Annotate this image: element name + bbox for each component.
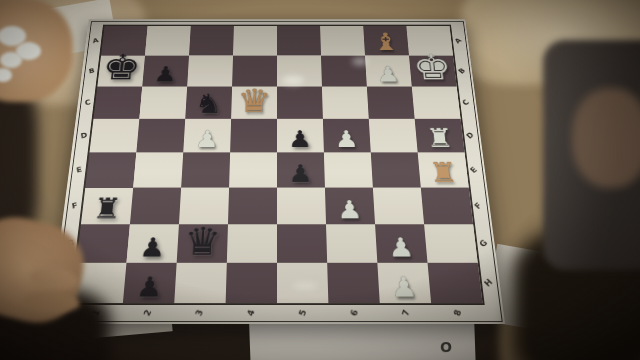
square-e8: ♜	[418, 152, 469, 187]
square-f6: ♟	[325, 188, 375, 225]
square-h1	[71, 263, 126, 303]
square-f5	[277, 188, 326, 225]
file-label: E	[469, 165, 479, 174]
square-g7: ♟	[375, 224, 427, 262]
square-b3	[187, 56, 233, 87]
square-g6	[326, 224, 377, 262]
black-pawn: ♟	[288, 162, 313, 186]
black-queen: ♛	[183, 223, 222, 261]
file-label: G	[66, 239, 74, 248]
white-rook: ♜	[425, 125, 455, 151]
square-c7	[367, 87, 415, 119]
square-g2: ♟	[126, 224, 178, 262]
score-sheet-mark: O	[440, 339, 452, 355]
square-c2	[139, 87, 187, 119]
square-e5: ♟	[277, 152, 325, 187]
file-label: A	[92, 37, 99, 44]
white-queen: ♛	[237, 85, 272, 117]
black-king: ♚	[101, 50, 143, 85]
file-label: B	[88, 67, 95, 74]
square-c1	[93, 87, 142, 119]
square-h6	[327, 263, 380, 303]
white-pawn: ♟	[195, 128, 220, 151]
square-h4	[226, 263, 277, 303]
square-h7: ♟	[377, 263, 431, 303]
square-d1	[89, 119, 139, 153]
file-label: D	[80, 131, 88, 139]
rank-label: 8	[453, 308, 463, 317]
square-a3	[189, 26, 234, 56]
square-d7	[369, 119, 418, 153]
square-g3: ♛	[177, 224, 228, 262]
white-pawn: ♟	[376, 64, 401, 85]
square-b2: ♟	[142, 56, 189, 87]
square-b8: ♚	[409, 56, 457, 87]
square-a4	[233, 26, 277, 56]
white-pawn: ♟	[334, 128, 359, 151]
square-d3: ♟	[183, 119, 231, 153]
square-f4	[228, 188, 277, 225]
photo-scene: O ABCDEFGH ♝♚♟♟♚♞♛♟♟♟♜♟♜♜♟♟♛♟♟♟ ABCDEFGH…	[0, 0, 640, 360]
white-bishop: ♝	[372, 30, 401, 54]
file-label: F	[474, 201, 484, 210]
square-a6	[320, 26, 365, 56]
chalk-smudge	[282, 76, 304, 85]
file-label: C	[85, 99, 92, 107]
square-d8: ♜	[415, 119, 465, 153]
square-f8	[421, 188, 473, 225]
square-g8	[424, 224, 478, 262]
file-label: H	[483, 277, 495, 288]
square-f1: ♜	[81, 188, 133, 225]
sleeve-right	[543, 40, 640, 270]
white-rook: ♜	[428, 159, 459, 186]
square-f2	[130, 188, 181, 225]
black-rook: ♜	[91, 194, 122, 222]
rank-label: 4	[246, 308, 257, 317]
square-d6: ♟	[323, 119, 371, 153]
rank-label: 3	[194, 308, 205, 317]
square-e3	[181, 152, 230, 187]
square-e2	[133, 152, 183, 187]
black-pawn: ♟	[288, 128, 312, 151]
square-d2	[136, 119, 185, 153]
file-label: E	[76, 166, 83, 174]
captured-white-piece	[0, 52, 22, 68]
file-label: B	[457, 67, 467, 75]
rank-label: 1	[91, 308, 102, 317]
video-frame: O ABCDEFGH ♝♚♟♟♚♞♛♟♟♟♜♟♜♜♟♟♛♟♟♟ ABCDEFGH…	[0, 0, 640, 360]
white-pawn: ♟	[390, 274, 418, 302]
square-h3	[174, 263, 227, 303]
square-b7: ♟	[365, 56, 412, 87]
square-e1	[85, 152, 136, 187]
file-label: G	[478, 238, 489, 248]
square-g1	[76, 224, 130, 262]
rank-label: 7	[401, 308, 411, 317]
square-g4	[227, 224, 277, 262]
square-a5	[277, 26, 321, 56]
white-king: ♚	[412, 50, 454, 85]
square-c4: ♛	[231, 87, 277, 119]
file-label: F	[72, 201, 79, 210]
square-e6	[324, 152, 373, 187]
square-d4	[230, 119, 277, 153]
file-label: A	[454, 37, 464, 45]
square-e7	[371, 152, 421, 187]
board-grid: ♝♚♟♟♚♞♛♟♟♟♜♟♜♜♟♟♛♟♟♟	[71, 26, 482, 303]
file-label: H	[61, 278, 70, 288]
square-h8	[428, 263, 483, 303]
rank-label: 6	[349, 308, 359, 317]
black-pawn: ♟	[135, 274, 163, 302]
square-h2: ♟	[123, 263, 177, 303]
shadow-left	[0, 85, 38, 240]
rank-label: 5	[298, 308, 308, 317]
tablecloth-top-right	[462, 0, 640, 85]
square-g5	[277, 224, 327, 262]
square-e4	[229, 152, 277, 187]
black-knight: ♞	[194, 91, 223, 117]
chalk-smudge	[292, 282, 318, 290]
rank-labels-bottom: 12345678	[69, 303, 485, 322]
square-c3: ♞	[185, 87, 232, 119]
square-c5	[277, 87, 323, 119]
square-a7: ♝	[363, 26, 409, 56]
captured-white-piece	[16, 42, 41, 60]
captured-white-piece	[0, 26, 26, 46]
file-label: D	[465, 131, 475, 140]
white-pawn: ♟	[337, 197, 363, 222]
square-c8	[412, 87, 461, 119]
square-b1: ♚	[97, 56, 145, 87]
black-pawn: ♟	[153, 64, 178, 85]
square-c6	[322, 87, 369, 119]
file-label: C	[461, 98, 471, 106]
captured-white-piece	[0, 68, 12, 82]
white-pawn: ♟	[388, 235, 416, 261]
chess-board: ABCDEFGH ♝♚♟♟♚♞♛♟♟♟♜♟♜♜♟♟♛♟♟♟ ABCDEFGH 1…	[49, 19, 505, 324]
square-f7	[373, 188, 424, 225]
chalk-smudge	[352, 58, 368, 65]
square-a2	[145, 26, 191, 56]
board-frame: ABCDEFGH ♝♚♟♟♚♞♛♟♟♟♜♟♜♜♟♟♛♟♟♟ ABCDEFGH 1…	[49, 19, 505, 324]
black-pawn: ♟	[139, 235, 167, 261]
hand-right	[572, 88, 640, 188]
square-d5: ♟	[277, 119, 324, 153]
rank-label: 2	[142, 308, 153, 317]
